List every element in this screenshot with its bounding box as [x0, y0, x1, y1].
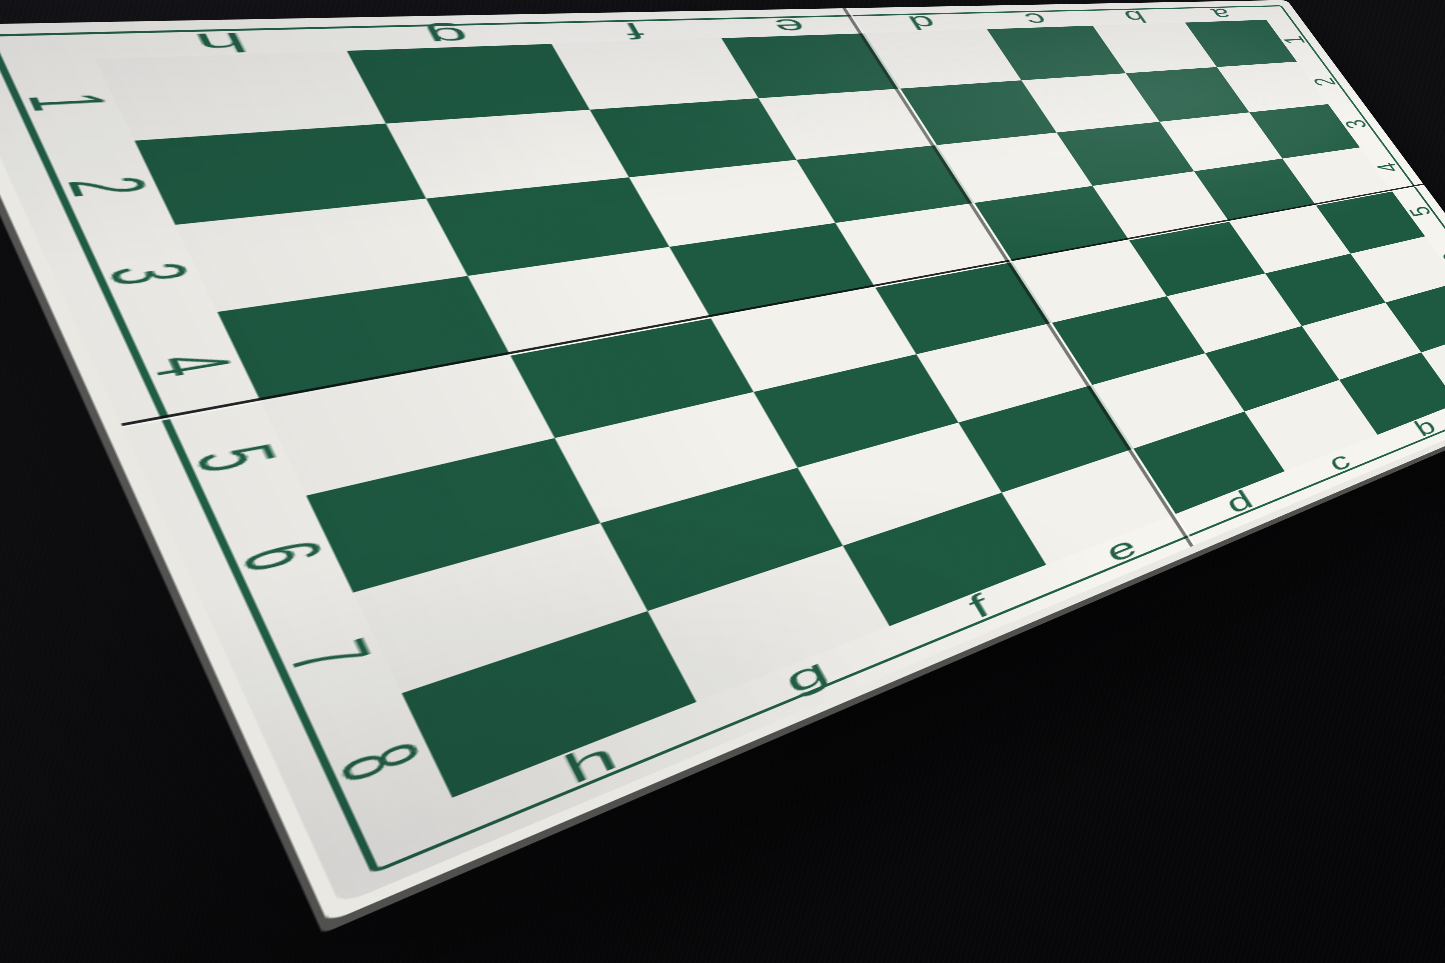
chess-board: hhggffeeddccbbaa1122334455667788 — [0, 0, 1445, 905]
photo-background: hhggffeeddccbbaa1122334455667788 — [0, 0, 1445, 963]
file-label-h-far: h — [137, 20, 302, 67]
file-label-g-far: g — [377, 16, 516, 58]
file-label-f-far: f — [574, 13, 692, 51]
